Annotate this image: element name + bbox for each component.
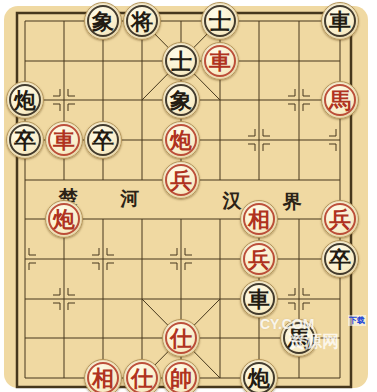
- piece-glyph: 仕: [131, 368, 153, 390]
- piece-black-車-f6r7[interactable]: 車: [240, 280, 278, 318]
- piece-glyph: 炮: [248, 368, 270, 390]
- xiangqi-app: 楚河汉界象将士車士車炮象馬卒車卒炮兵炮相兵兵卒車仕馬相仕帥炮 CY.COM 资源…: [0, 0, 377, 392]
- piece-red-帥-f4r9[interactable]: 帥: [162, 359, 200, 392]
- piece-red-相-f2r9[interactable]: 相: [84, 359, 122, 392]
- piece-glyph: 士: [170, 51, 192, 73]
- piece-black-象-f2r0[interactable]: 象: [84, 2, 122, 40]
- piece-black-卒-f2r3[interactable]: 卒: [84, 121, 122, 159]
- piece-black-炮-f6r9[interactable]: 炮: [240, 359, 278, 392]
- piece-red-車-f5r1[interactable]: 車: [201, 42, 239, 80]
- piece-glyph: 車: [53, 130, 75, 152]
- piece-black-馬-f7r8[interactable]: 馬: [280, 319, 318, 357]
- piece-glyph: 炮: [53, 209, 75, 231]
- river-label-2: 汉: [223, 188, 242, 214]
- river-label-1: 河: [121, 186, 140, 212]
- piece-red-兵-f4r4[interactable]: 兵: [162, 161, 200, 199]
- piece-glyph: 卒: [329, 249, 351, 271]
- piece-red-相-f6r5[interactable]: 相: [240, 200, 278, 238]
- piece-glyph: 卒: [92, 130, 114, 152]
- piece-glyph: 相: [92, 368, 114, 390]
- piece-glyph: 相: [248, 209, 270, 231]
- piece-black-炮-f0r2[interactable]: 炮: [6, 81, 44, 119]
- piece-glyph: 帥: [170, 368, 192, 390]
- piece-red-炮-f1r5[interactable]: 炮: [45, 200, 83, 238]
- piece-glyph: 炮: [14, 90, 36, 112]
- piece-red-兵-f6r6[interactable]: 兵: [240, 240, 278, 278]
- piece-black-卒-f0r3[interactable]: 卒: [6, 121, 44, 159]
- piece-red-仕-f4r8[interactable]: 仕: [162, 319, 200, 357]
- piece-glyph: 卒: [14, 130, 36, 152]
- piece-black-士-f4r1[interactable]: 士: [162, 42, 200, 80]
- piece-black-将-f3r0[interactable]: 将: [123, 2, 161, 40]
- piece-black-車-f8r0[interactable]: 車: [321, 2, 359, 40]
- piece-glyph: 仕: [170, 328, 192, 350]
- piece-glyph: 炮: [170, 130, 192, 152]
- piece-glyph: 車: [209, 51, 231, 73]
- piece-red-車-f1r3[interactable]: 車: [45, 121, 83, 159]
- piece-red-炮-f4r3[interactable]: 炮: [162, 121, 200, 159]
- piece-red-兵-f8r5[interactable]: 兵: [321, 200, 359, 238]
- piece-glyph: 馬: [288, 328, 310, 350]
- piece-glyph: 兵: [248, 249, 270, 271]
- river-label-3: 界: [283, 189, 302, 215]
- piece-red-馬-f8r2[interactable]: 馬: [321, 81, 359, 119]
- piece-glyph: 兵: [170, 170, 192, 192]
- piece-glyph: 士: [209, 11, 231, 33]
- piece-red-仕-f3r9[interactable]: 仕: [123, 359, 161, 392]
- piece-glyph: 兵: [329, 209, 351, 231]
- piece-glyph: 将: [131, 11, 153, 33]
- watermark-download-link[interactable]: 下载: [348, 315, 366, 326]
- piece-glyph: 象: [170, 90, 192, 112]
- piece-glyph: 馬: [329, 90, 351, 112]
- piece-black-士-f5r0[interactable]: 士: [201, 2, 239, 40]
- piece-black-卒-f8r6[interactable]: 卒: [321, 240, 359, 278]
- piece-glyph: 車: [248, 289, 270, 311]
- piece-black-象-f4r2[interactable]: 象: [162, 81, 200, 119]
- piece-glyph: 車: [329, 11, 351, 33]
- piece-glyph: 象: [92, 11, 114, 33]
